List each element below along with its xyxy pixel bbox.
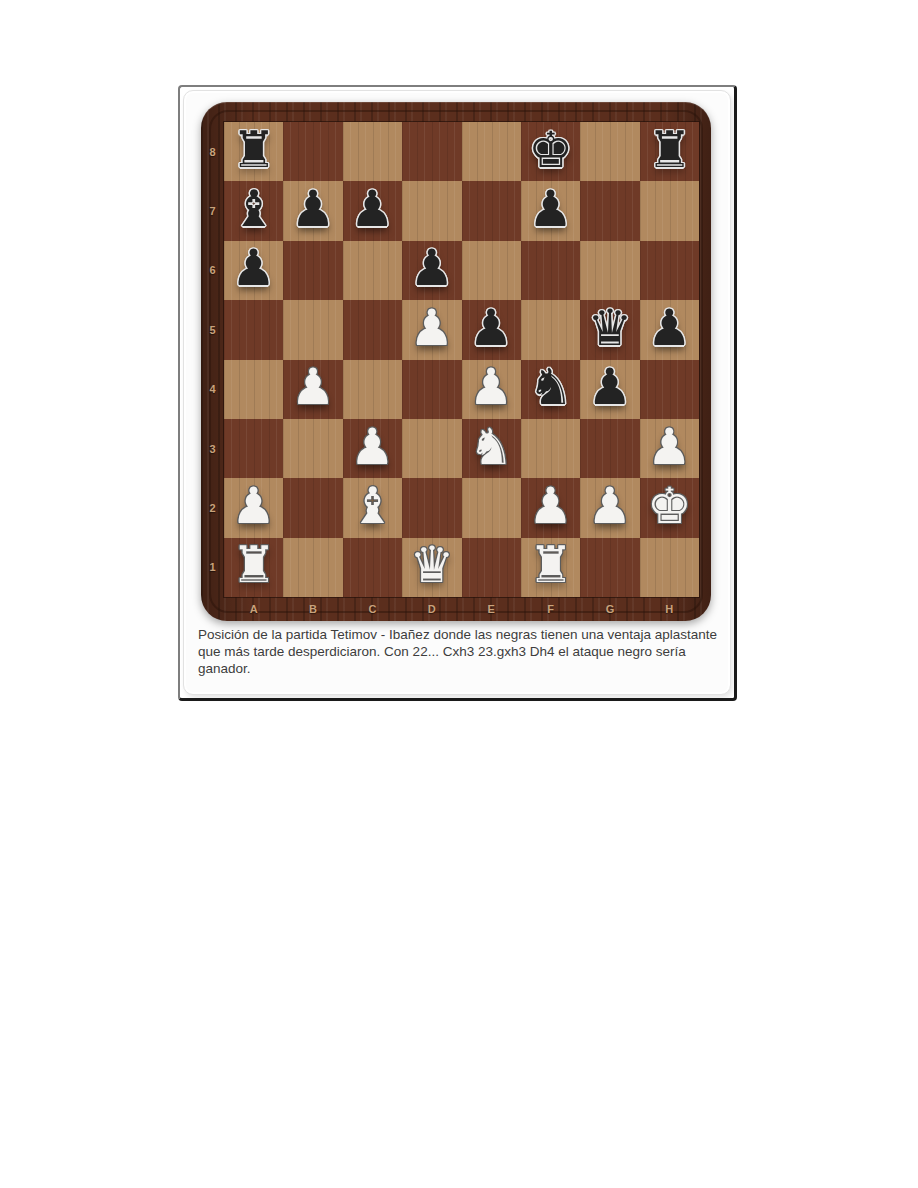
diagram-panel: 87654321 ♜♚♜♝♟♟♟♟♟♟♟♛♟♟♟♞♟♟♞♟♟♝♟♟♚♜♛♜ AB…: [178, 85, 737, 701]
black-rook-h8: ♜: [647, 125, 692, 175]
black-pawn-a6: ♟: [231, 243, 276, 293]
square-d3: [402, 419, 461, 478]
square-b1: [283, 538, 342, 597]
square-f4: ♞: [521, 360, 580, 419]
black-knight-f4: ♞: [528, 362, 573, 412]
black-pawn-g4: ♟: [588, 362, 633, 412]
black-pawn-b7: ♟: [291, 184, 336, 234]
square-g4: ♟: [580, 360, 639, 419]
file-label-b: B: [283, 597, 342, 621]
square-d1: ♛: [402, 538, 461, 597]
white-pawn-d5: ♟: [409, 303, 454, 353]
square-g2: ♟: [580, 478, 639, 537]
white-pawn-c3: ♟: [350, 422, 395, 472]
square-d7: [402, 181, 461, 240]
chess-board: ♜♚♜♝♟♟♟♟♟♟♟♛♟♟♟♞♟♟♞♟♟♝♟♟♚♜♛♜: [224, 122, 699, 597]
square-e8: [462, 122, 521, 181]
square-f3: [521, 419, 580, 478]
chess-board-frame: 87654321 ♜♚♜♝♟♟♟♟♟♟♟♛♟♟♟♞♟♟♞♟♟♝♟♟♚♜♛♜ AB…: [201, 102, 711, 621]
black-queen-g5: ♛: [588, 303, 633, 353]
square-g7: [580, 181, 639, 240]
square-a6: ♟: [224, 241, 283, 300]
square-e5: ♟: [462, 300, 521, 359]
rank-label-6: 6: [201, 241, 224, 300]
square-b2: [283, 478, 342, 537]
square-c5: [343, 300, 402, 359]
square-d2: [402, 478, 461, 537]
square-g1: [580, 538, 639, 597]
black-pawn-e5: ♟: [469, 303, 514, 353]
white-queen-d1: ♛: [409, 540, 454, 590]
square-f6: [521, 241, 580, 300]
square-h7: [640, 181, 699, 240]
file-label-h: H: [640, 597, 699, 621]
square-b5: [283, 300, 342, 359]
rank-label-8: 8: [201, 122, 224, 181]
square-c6: [343, 241, 402, 300]
square-c7: ♟: [343, 181, 402, 240]
white-pawn-e4: ♟: [469, 362, 514, 412]
square-b4: ♟: [283, 360, 342, 419]
square-a8: ♜: [224, 122, 283, 181]
square-e3: ♞: [462, 419, 521, 478]
rank-label-4: 4: [201, 360, 224, 419]
square-e6: [462, 241, 521, 300]
rank-label-3: 3: [201, 419, 224, 478]
square-b6: [283, 241, 342, 300]
black-pawn-h5: ♟: [647, 303, 692, 353]
white-rook-f1: ♜: [528, 540, 573, 590]
square-h6: [640, 241, 699, 300]
square-f7: ♟: [521, 181, 580, 240]
black-pawn-d6: ♟: [409, 243, 454, 293]
square-d6: ♟: [402, 241, 461, 300]
black-king-f8: ♚: [528, 125, 573, 175]
file-label-c: C: [343, 597, 402, 621]
white-pawn-f2: ♟: [528, 481, 573, 531]
white-knight-e3: ♞: [469, 422, 514, 472]
file-label-g: G: [580, 597, 639, 621]
square-d5: ♟: [402, 300, 461, 359]
square-a1: ♜: [224, 538, 283, 597]
square-g8: [580, 122, 639, 181]
square-f2: ♟: [521, 478, 580, 537]
square-f5: [521, 300, 580, 359]
square-f8: ♚: [521, 122, 580, 181]
square-h8: ♜: [640, 122, 699, 181]
white-pawn-g2: ♟: [588, 481, 633, 531]
square-d8: [402, 122, 461, 181]
square-h3: ♟: [640, 419, 699, 478]
white-king-h2: ♚: [647, 481, 692, 531]
white-rook-a1: ♜: [231, 540, 276, 590]
square-a7: ♝: [224, 181, 283, 240]
square-b8: [283, 122, 342, 181]
rank-labels: 87654321: [201, 122, 224, 597]
file-label-e: E: [462, 597, 521, 621]
square-d4: [402, 360, 461, 419]
file-label-a: A: [224, 597, 283, 621]
square-e4: ♟: [462, 360, 521, 419]
square-e1: [462, 538, 521, 597]
square-a3: [224, 419, 283, 478]
black-bishop-a7: ♝: [231, 184, 276, 234]
square-h4: [640, 360, 699, 419]
square-e2: [462, 478, 521, 537]
square-e7: [462, 181, 521, 240]
rank-label-2: 2: [201, 478, 224, 537]
square-c2: ♝: [343, 478, 402, 537]
file-label-f: F: [521, 597, 580, 621]
square-g6: [580, 241, 639, 300]
square-f1: ♜: [521, 538, 580, 597]
rank-label-7: 7: [201, 181, 224, 240]
square-c3: ♟: [343, 419, 402, 478]
square-h1: [640, 538, 699, 597]
black-rook-a8: ♜: [231, 125, 276, 175]
square-g5: ♛: [580, 300, 639, 359]
square-a4: [224, 360, 283, 419]
white-pawn-a2: ♟: [231, 481, 276, 531]
white-bishop-c2: ♝: [350, 481, 395, 531]
square-a2: ♟: [224, 478, 283, 537]
square-a5: [224, 300, 283, 359]
black-pawn-c7: ♟: [350, 184, 395, 234]
white-pawn-h3: ♟: [647, 422, 692, 472]
file-label-d: D: [402, 597, 461, 621]
rank-label-5: 5: [201, 300, 224, 359]
rank-label-1: 1: [201, 538, 224, 597]
square-c8: [343, 122, 402, 181]
black-pawn-f7: ♟: [528, 184, 573, 234]
square-c4: [343, 360, 402, 419]
square-b3: [283, 419, 342, 478]
square-h2: ♚: [640, 478, 699, 537]
square-g3: [580, 419, 639, 478]
square-c1: [343, 538, 402, 597]
white-pawn-b4: ♟: [291, 362, 336, 412]
square-h5: ♟: [640, 300, 699, 359]
file-labels: ABCDEFGH: [224, 597, 699, 621]
caption: Posición de la partida Tetimov - Ibañez …: [198, 626, 720, 677]
square-b7: ♟: [283, 181, 342, 240]
diagram-card: 87654321 ♜♚♜♝♟♟♟♟♟♟♟♛♟♟♟♞♟♟♞♟♟♝♟♟♚♜♛♜ AB…: [183, 90, 731, 695]
